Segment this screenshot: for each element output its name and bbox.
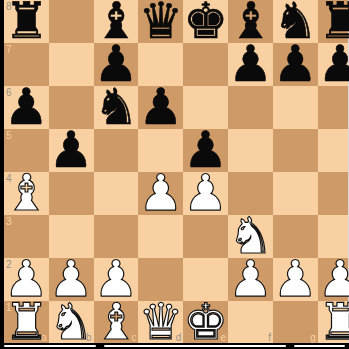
file-label-d: d bbox=[176, 333, 182, 343]
rank-label-3: 3 bbox=[6, 217, 12, 227]
square-d8[interactable]: ♛ bbox=[138, 0, 183, 43]
square-d6[interactable]: ♟ bbox=[138, 86, 183, 129]
square-c4[interactable] bbox=[94, 172, 139, 215]
square-c6[interactable]: ♞ bbox=[94, 86, 139, 129]
square-g5[interactable] bbox=[273, 129, 318, 172]
square-d4[interactable]: ♟ bbox=[138, 172, 183, 215]
square-h4[interactable] bbox=[318, 172, 349, 215]
square-h5[interactable] bbox=[318, 129, 349, 172]
square-g4[interactable] bbox=[273, 172, 318, 215]
file-label-e: e bbox=[221, 333, 227, 343]
piece-black-pawn-f7[interactable]: ♟ bbox=[228, 43, 273, 86]
square-e4[interactable]: ♟ bbox=[183, 172, 228, 215]
square-f2[interactable]: ♟ bbox=[228, 258, 273, 301]
piece-black-king-e8[interactable]: ♚ bbox=[183, 0, 228, 43]
piece-black-pawn-g7[interactable]: ♟ bbox=[273, 43, 318, 86]
piece-black-queen-d8[interactable]: ♛ bbox=[138, 0, 183, 43]
file-label-b: b bbox=[86, 333, 92, 343]
square-a8[interactable]: 8♜ bbox=[4, 0, 49, 43]
rank-label-4: 4 bbox=[6, 174, 12, 184]
piece-white-pawn-d4[interactable]: ♟ bbox=[138, 172, 183, 215]
square-b7[interactable] bbox=[49, 43, 94, 86]
piece-black-pawn-d6[interactable]: ♟ bbox=[138, 86, 183, 129]
square-b5[interactable]: ♟ bbox=[49, 129, 94, 172]
square-d1[interactable]: d♛ bbox=[138, 301, 183, 344]
chess-board-frame: 8♜♝♛♚♝♞♜7♟♟♟♟6♟♞♟5♟♟4♝♟♟3♞2♟♟♟♟♟♟1a♜b♞c♝… bbox=[0, 0, 349, 349]
rank-label-5: 5 bbox=[6, 131, 12, 141]
rank-label-8: 8 bbox=[6, 2, 12, 12]
square-f5[interactable] bbox=[228, 129, 273, 172]
square-a1[interactable]: 1a♜ bbox=[4, 301, 49, 344]
file-label-c: c bbox=[131, 333, 136, 343]
piece-white-pawn-g2[interactable]: ♟ bbox=[273, 258, 318, 301]
square-h7[interactable]: ♟ bbox=[318, 43, 349, 86]
square-a4[interactable]: 4♝ bbox=[4, 172, 49, 215]
rank-label-7: 7 bbox=[6, 45, 12, 55]
piece-black-pawn-b5[interactable]: ♟ bbox=[49, 129, 94, 172]
square-b1[interactable]: b♞ bbox=[49, 301, 94, 344]
square-a6[interactable]: 6♟ bbox=[4, 86, 49, 129]
square-b8[interactable] bbox=[49, 0, 94, 43]
square-g2[interactable]: ♟ bbox=[273, 258, 318, 301]
rank-label-2: 2 bbox=[6, 260, 12, 270]
file-label-f: f bbox=[268, 333, 271, 343]
chess-board: 8♜♝♛♚♝♞♜7♟♟♟♟6♟♞♟5♟♟4♝♟♟3♞2♟♟♟♟♟♟1a♜b♞c♝… bbox=[4, 0, 345, 343]
piece-white-rook-h1[interactable]: ♜ bbox=[318, 301, 349, 344]
square-f7[interactable]: ♟ bbox=[228, 43, 273, 86]
square-c1[interactable]: c♝ bbox=[94, 301, 139, 344]
rank-label-1: 1 bbox=[6, 303, 12, 313]
rank-label-6: 6 bbox=[6, 88, 12, 98]
square-g7[interactable]: ♟ bbox=[273, 43, 318, 86]
file-label-g: g bbox=[310, 333, 316, 343]
piece-black-pawn-h7[interactable]: ♟ bbox=[318, 43, 349, 86]
piece-white-pawn-e4[interactable]: ♟ bbox=[183, 172, 228, 215]
square-e8[interactable]: ♚ bbox=[183, 0, 228, 43]
piece-black-knight-c6[interactable]: ♞ bbox=[94, 86, 139, 129]
square-h1[interactable]: h♜ bbox=[318, 301, 349, 344]
piece-white-pawn-f2[interactable]: ♟ bbox=[228, 258, 273, 301]
square-e1[interactable]: e♚ bbox=[183, 301, 228, 344]
file-label-a: a bbox=[41, 333, 47, 343]
